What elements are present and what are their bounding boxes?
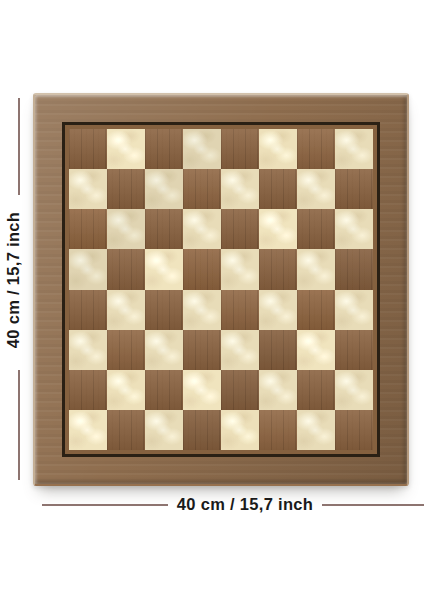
board-square [297,129,335,169]
board-square [335,370,373,410]
board-square [221,249,259,289]
vertical-dimension-line-bottom [18,370,20,480]
board-square [69,330,107,370]
horizontal-dimension-line-left [42,504,168,506]
board-square [183,209,221,249]
board-square [183,290,221,330]
board-square [145,290,183,330]
board-square [335,410,373,450]
board-square [297,249,335,289]
board-inlay-border [62,122,380,457]
board-square [221,129,259,169]
horizontal-dimension-label: 40 cm / 15,7 inch [172,494,318,514]
vertical-dimension-line-top [18,98,20,195]
board-square [145,249,183,289]
vertical-dimension-label: 40 cm / 15,7 inch [4,195,22,365]
board-square [145,410,183,450]
board-square [107,410,145,450]
board-square [69,169,107,209]
board-square [69,370,107,410]
board-square [107,370,145,410]
board-square [259,169,297,209]
board-square [297,290,335,330]
board-square [297,410,335,450]
board-square [183,410,221,450]
board-square [69,290,107,330]
board-square [221,169,259,209]
board-square [259,209,297,249]
board-square [183,249,221,289]
board-square [69,249,107,289]
board-square [107,169,145,209]
board-square [335,249,373,289]
board-square [297,370,335,410]
board-square [107,209,145,249]
board-square [69,129,107,169]
board-square [145,169,183,209]
board-square [221,209,259,249]
board-square [69,410,107,450]
board-square [259,330,297,370]
board-square [335,169,373,209]
board-square [183,370,221,410]
board-square [221,330,259,370]
board-square [259,290,297,330]
board-square [183,129,221,169]
board-square [221,290,259,330]
board-square [259,370,297,410]
board-square [145,129,183,169]
board-square [107,249,145,289]
board-square [259,129,297,169]
board-square [259,410,297,450]
chess-board [33,93,409,486]
product-photo: 40 cm / 15,7 inch 40 cm / 15,7 inch [0,0,424,600]
board-square [183,330,221,370]
board-square [221,370,259,410]
board-square [335,129,373,169]
board-square [107,330,145,370]
board-square [145,330,183,370]
board-square [145,370,183,410]
board-square [259,249,297,289]
board-square [297,330,335,370]
board-square [335,290,373,330]
board-frame [33,93,409,486]
board-grid [69,129,373,450]
board-square [335,209,373,249]
board-square [107,290,145,330]
board-square [221,410,259,450]
board-square [297,209,335,249]
board-square [69,209,107,249]
board-square [183,169,221,209]
board-square [107,129,145,169]
board-square [297,169,335,209]
horizontal-dimension-line-right [322,504,424,506]
board-square [145,209,183,249]
board-square [335,330,373,370]
